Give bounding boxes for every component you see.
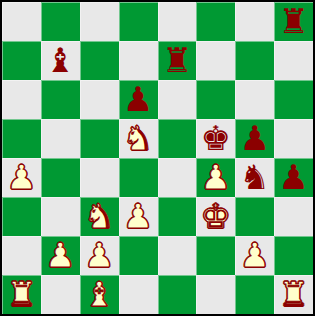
square-g7[interactable] [235, 41, 274, 80]
piece-black-rook[interactable]: ♜ [162, 43, 192, 77]
square-h2[interactable] [274, 236, 313, 275]
square-d4[interactable] [119, 158, 158, 197]
square-a1[interactable]: ♜ [2, 275, 41, 314]
square-b4[interactable] [41, 158, 80, 197]
piece-white-pawn[interactable]: ♟ [201, 160, 231, 194]
square-d5[interactable]: ♞ [119, 119, 158, 158]
square-e4[interactable] [158, 158, 197, 197]
square-c3[interactable]: ♞ [80, 197, 119, 236]
square-e8[interactable] [158, 2, 197, 41]
piece-white-pawn[interactable]: ♟ [123, 199, 153, 233]
square-b8[interactable] [41, 2, 80, 41]
piece-white-knight[interactable]: ♞ [123, 121, 153, 155]
square-e2[interactable] [158, 236, 197, 275]
chess-board-frame: ♜♝♜♟♞♚♟♟♟♞♟♞♟♚♟♟♟♜♝♜ [0, 0, 315, 316]
square-g3[interactable] [235, 197, 274, 236]
piece-white-king[interactable]: ♚ [201, 199, 231, 233]
square-f6[interactable] [196, 80, 235, 119]
square-e7[interactable]: ♜ [158, 41, 197, 80]
piece-white-rook[interactable]: ♜ [278, 277, 308, 311]
square-b6[interactable] [41, 80, 80, 119]
square-a3[interactable] [2, 197, 41, 236]
square-h1[interactable]: ♜ [274, 275, 313, 314]
square-b1[interactable] [41, 275, 80, 314]
square-f1[interactable] [196, 275, 235, 314]
square-f7[interactable] [196, 41, 235, 80]
square-g5[interactable]: ♟ [235, 119, 274, 158]
square-e1[interactable] [158, 275, 197, 314]
square-f4[interactable]: ♟ [196, 158, 235, 197]
square-c6[interactable] [80, 80, 119, 119]
square-h3[interactable] [274, 197, 313, 236]
piece-black-rook[interactable]: ♜ [278, 4, 308, 38]
square-c8[interactable] [80, 2, 119, 41]
piece-black-pawn[interactable]: ♟ [239, 121, 269, 155]
piece-white-pawn[interactable]: ♟ [6, 160, 36, 194]
square-e6[interactable] [158, 80, 197, 119]
piece-black-knight[interactable]: ♞ [239, 160, 269, 194]
square-d2[interactable] [119, 236, 158, 275]
square-g1[interactable] [235, 275, 274, 314]
square-g4[interactable]: ♞ [235, 158, 274, 197]
piece-white-rook[interactable]: ♜ [6, 277, 36, 311]
square-f3[interactable]: ♚ [196, 197, 235, 236]
square-c7[interactable] [80, 41, 119, 80]
piece-black-pawn[interactable]: ♟ [123, 82, 153, 116]
square-a5[interactable] [2, 119, 41, 158]
square-a4[interactable]: ♟ [2, 158, 41, 197]
square-h8[interactable]: ♜ [274, 2, 313, 41]
square-b2[interactable]: ♟ [41, 236, 80, 275]
square-h4[interactable]: ♟ [274, 158, 313, 197]
square-d6[interactable]: ♟ [119, 80, 158, 119]
square-g8[interactable] [235, 2, 274, 41]
square-g6[interactable] [235, 80, 274, 119]
square-a2[interactable] [2, 236, 41, 275]
square-a6[interactable] [2, 80, 41, 119]
piece-white-pawn[interactable]: ♟ [84, 238, 114, 272]
square-c2[interactable]: ♟ [80, 236, 119, 275]
square-e5[interactable] [158, 119, 197, 158]
square-b5[interactable] [41, 119, 80, 158]
square-a7[interactable] [2, 41, 41, 80]
square-e3[interactable] [158, 197, 197, 236]
square-g2[interactable]: ♟ [235, 236, 274, 275]
square-f8[interactable] [196, 2, 235, 41]
square-a8[interactable] [2, 2, 41, 41]
piece-black-king[interactable]: ♚ [201, 121, 231, 155]
square-c4[interactable] [80, 158, 119, 197]
square-h7[interactable] [274, 41, 313, 80]
chess-board: ♜♝♜♟♞♚♟♟♟♞♟♞♟♚♟♟♟♜♝♜ [2, 2, 313, 314]
square-c5[interactable] [80, 119, 119, 158]
square-f5[interactable]: ♚ [196, 119, 235, 158]
piece-white-pawn[interactable]: ♟ [45, 238, 75, 272]
piece-white-knight[interactable]: ♞ [84, 199, 114, 233]
square-b7[interactable]: ♝ [41, 41, 80, 80]
square-d1[interactable] [119, 275, 158, 314]
piece-black-bishop[interactable]: ♝ [45, 43, 75, 77]
square-h5[interactable] [274, 119, 313, 158]
square-h6[interactable] [274, 80, 313, 119]
square-c1[interactable]: ♝ [80, 275, 119, 314]
square-d3[interactable]: ♟ [119, 197, 158, 236]
square-d8[interactable] [119, 2, 158, 41]
square-d7[interactable] [119, 41, 158, 80]
piece-black-pawn[interactable]: ♟ [278, 160, 308, 194]
square-b3[interactable] [41, 197, 80, 236]
square-f2[interactable] [196, 236, 235, 275]
piece-white-pawn[interactable]: ♟ [239, 238, 269, 272]
piece-white-bishop[interactable]: ♝ [84, 277, 114, 311]
